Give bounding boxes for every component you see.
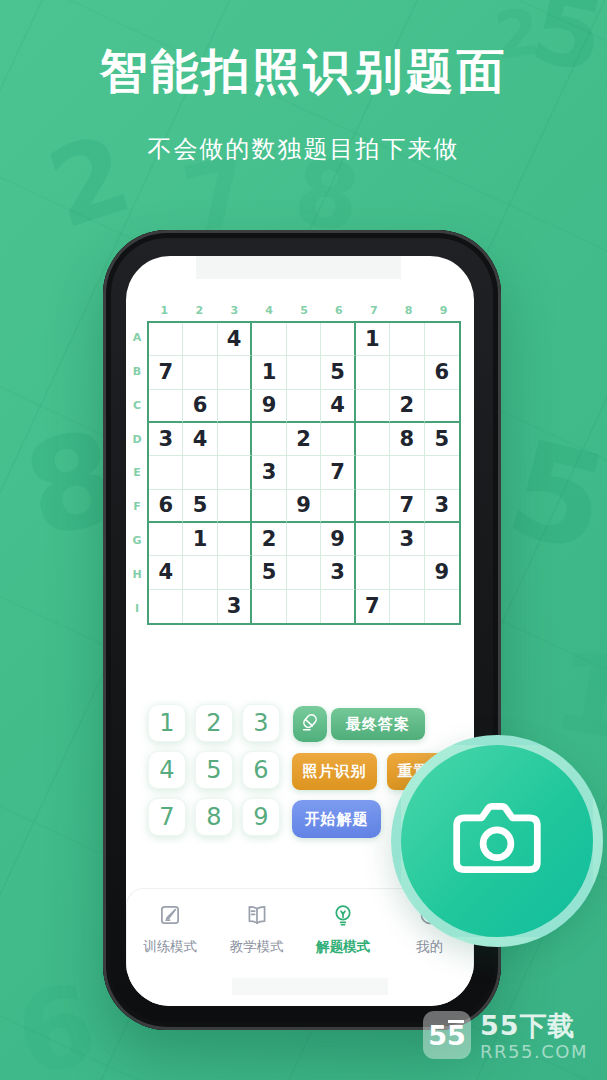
numpad-key-6[interactable]: 6: [242, 751, 280, 789]
column-label: 9: [426, 302, 461, 319]
sudoku-cell-A1[interactable]: [149, 323, 183, 356]
row-label: G: [129, 524, 145, 558]
background-digit: 5: [497, 421, 607, 571]
sudoku-cell-D7[interactable]: [356, 423, 390, 456]
camera-icon: [449, 800, 545, 882]
final-answer-button[interactable]: 最终答案: [331, 708, 425, 740]
sudoku-cell-A4[interactable]: [252, 323, 286, 356]
sudoku-cell-D1[interactable]: 3: [149, 423, 183, 456]
watermark: 55 55下载 RR55.COM: [423, 1011, 588, 1062]
nav-label: 我的: [416, 938, 443, 956]
board-row-labels: ABCDEFGHI: [129, 321, 145, 625]
sudoku-cell-A8[interactable]: [390, 323, 424, 356]
sudoku-cell-B4[interactable]: 1: [252, 356, 286, 389]
sudoku-cell-I6[interactable]: [321, 590, 355, 623]
sudoku-cell-F4[interactable]: [252, 490, 286, 523]
board-column-labels: 123456789: [147, 302, 461, 319]
sudoku-cell-D5[interactable]: 2: [287, 423, 321, 456]
sudoku-cell-H7[interactable]: [356, 556, 390, 589]
sudoku-cell-F2[interactable]: 5: [183, 490, 217, 523]
nav-label: 训练模式: [143, 938, 197, 956]
sudoku-cell-D8[interactable]: 8: [390, 423, 424, 456]
sudoku-cell-C2[interactable]: 6: [183, 390, 217, 423]
sudoku-cell-F8[interactable]: 7: [390, 490, 424, 523]
sudoku-cell-H4[interactable]: 5: [252, 556, 286, 589]
background-digit: 1: [546, 634, 607, 756]
numpad-key-1[interactable]: 1: [148, 704, 186, 742]
page-subtitle: 不会做的数独题目拍下来做: [0, 133, 607, 165]
sudoku-cell-C5[interactable]: [287, 390, 321, 423]
page-title: 智能拍照识别题面: [0, 40, 607, 104]
eraser-button[interactable]: [293, 706, 327, 742]
sudoku-cell-I1[interactable]: [149, 590, 183, 623]
sudoku-cell-H6[interactable]: 3: [321, 556, 355, 589]
book-icon: [244, 902, 270, 932]
camera-button[interactable]: [391, 735, 603, 947]
row-label: H: [129, 557, 145, 591]
sudoku-cell-F5[interactable]: 9: [287, 490, 321, 523]
sudoku-cell-H8[interactable]: [390, 556, 424, 589]
sudoku-cell-E8[interactable]: [390, 456, 424, 489]
watermark-55-badge: 55: [423, 1011, 471, 1059]
sudoku-cell-C8[interactable]: 2: [390, 390, 424, 423]
sudoku-cell-H9[interactable]: 9: [425, 556, 459, 589]
sudoku-cell-F6[interactable]: [321, 490, 355, 523]
sudoku-cell-G9[interactable]: [425, 523, 459, 556]
sudoku-cell-I4[interactable]: [252, 590, 286, 623]
sudoku-cell-D2[interactable]: 4: [183, 423, 217, 456]
sudoku-cell-B1[interactable]: 7: [149, 356, 183, 389]
numpad-key-8[interactable]: 8: [195, 798, 233, 836]
background-digit: 6: [7, 968, 105, 1080]
edit-square-icon: [157, 902, 183, 932]
row-label: E: [129, 456, 145, 490]
sudoku-cell-A5[interactable]: [287, 323, 321, 356]
watermark-title: 55下载: [480, 1011, 588, 1041]
nav-item-training-mode[interactable]: 训练模式: [127, 889, 214, 1006]
sudoku-cell-F1[interactable]: 6: [149, 490, 183, 523]
sudoku-cell-H1[interactable]: 4: [149, 556, 183, 589]
sudoku-cell-E4[interactable]: 3: [252, 456, 286, 489]
column-label: 3: [217, 302, 252, 319]
photo-recognition-button[interactable]: 照片识别: [292, 753, 377, 790]
sudoku-cell-C1[interactable]: [149, 390, 183, 423]
column-label: 7: [356, 302, 391, 319]
column-label: 2: [182, 302, 217, 319]
row-label: A: [129, 321, 145, 355]
sudoku-cell-G7[interactable]: [356, 523, 390, 556]
sudoku-cell-D9[interactable]: 5: [425, 423, 459, 456]
sudoku-cell-C3[interactable]: [218, 390, 252, 423]
sudoku-cell-D3[interactable]: [218, 423, 252, 456]
sudoku-cell-I9[interactable]: [425, 590, 459, 623]
sudoku-cell-E5[interactable]: [287, 456, 321, 489]
sudoku-cell-E7[interactable]: [356, 456, 390, 489]
sudoku-cell-H3[interactable]: [218, 556, 252, 589]
sudoku-cell-C6[interactable]: 4: [321, 390, 355, 423]
sudoku-cell-B9[interactable]: 6: [425, 356, 459, 389]
sudoku-cell-G2[interactable]: 1: [183, 523, 217, 556]
sudoku-cell-I8[interactable]: [390, 590, 424, 623]
numpad-key-2[interactable]: 2: [195, 704, 233, 742]
sudoku-cell-D6[interactable]: [321, 423, 355, 456]
sudoku-cell-F3[interactable]: [218, 490, 252, 523]
sudoku-grid: 41715669423428537659731293453937: [147, 321, 461, 625]
sudoku-cell-I5[interactable]: [287, 590, 321, 623]
numpad: 123456789: [148, 704, 280, 836]
sudoku-cell-F7[interactable]: [356, 490, 390, 523]
column-label: 6: [321, 302, 356, 319]
sudoku-cell-E2[interactable]: [183, 456, 217, 489]
sudoku-cell-E1[interactable]: [149, 456, 183, 489]
sudoku-cell-B6[interactable]: 5: [321, 356, 355, 389]
numpad-key-9[interactable]: 9: [242, 798, 280, 836]
sudoku-cell-G8[interactable]: 3: [390, 523, 424, 556]
sudoku-cell-B3[interactable]: [218, 356, 252, 389]
sudoku-cell-A3[interactable]: 4: [218, 323, 252, 356]
numpad-key-3[interactable]: 3: [242, 704, 280, 742]
row-label: D: [129, 422, 145, 456]
sudoku-cell-E9[interactable]: [425, 456, 459, 489]
column-label: 5: [287, 302, 322, 319]
numpad-key-5[interactable]: 5: [195, 751, 233, 789]
nav-label: 教学模式: [230, 938, 284, 956]
row-label: I: [129, 591, 145, 625]
sudoku-cell-G3[interactable]: [218, 523, 252, 556]
watermark-domain: RR55.COM: [480, 1041, 588, 1062]
sudoku-cell-H5[interactable]: [287, 556, 321, 589]
sudoku-cell-F9[interactable]: 3: [425, 490, 459, 523]
column-label: 4: [252, 302, 287, 319]
row-label: F: [129, 490, 145, 524]
home-indicator-ghost: [232, 978, 388, 995]
sudoku-cell-E3[interactable]: [218, 456, 252, 489]
sudoku-cell-A9[interactable]: [425, 323, 459, 356]
sudoku-cell-I3[interactable]: 3: [218, 590, 252, 623]
sudoku-cell-G6[interactable]: 9: [321, 523, 355, 556]
sudoku-cell-B8[interactable]: [390, 356, 424, 389]
sudoku-cell-B2[interactable]: [183, 356, 217, 389]
sudoku-cell-A2[interactable]: [183, 323, 217, 356]
start-solving-button[interactable]: 开始解题: [292, 800, 381, 838]
sudoku-cell-G4[interactable]: 2: [252, 523, 286, 556]
column-label: 8: [391, 302, 426, 319]
sudoku-cell-H2[interactable]: [183, 556, 217, 589]
sudoku-cell-D4[interactable]: [252, 423, 286, 456]
nav-label: 解题模式: [316, 938, 370, 956]
sudoku-cell-I7[interactable]: 7: [356, 590, 390, 623]
lightbulb-icon: [330, 902, 356, 932]
row-label: C: [129, 389, 145, 423]
sudoku-cell-I2[interactable]: [183, 590, 217, 623]
sudoku-cell-C7[interactable]: [356, 390, 390, 423]
row-label: B: [129, 355, 145, 389]
sudoku-cell-C9[interactable]: [425, 390, 459, 423]
numpad-key-4[interactable]: 4: [148, 751, 186, 789]
eraser-icon: [299, 711, 321, 737]
sudoku-cell-A6[interactable]: [321, 323, 355, 356]
sudoku-cell-G5[interactable]: [287, 523, 321, 556]
numpad-key-7[interactable]: 7: [148, 798, 186, 836]
sudoku-cell-A7[interactable]: 1: [356, 323, 390, 356]
statusbar-ghost: [196, 256, 401, 279]
column-label: 1: [147, 302, 182, 319]
sudoku-cell-C4[interactable]: 9: [252, 390, 286, 423]
promo-page: 522788516 智能拍照识别题面 不会做的数独题目拍下来做 12345678…: [0, 0, 607, 1080]
sudoku-cell-B5[interactable]: [287, 356, 321, 389]
sudoku-cell-E6[interactable]: 7: [321, 456, 355, 489]
sudoku-cell-G1[interactable]: [149, 523, 183, 556]
sudoku-cell-B7[interactable]: [356, 356, 390, 389]
